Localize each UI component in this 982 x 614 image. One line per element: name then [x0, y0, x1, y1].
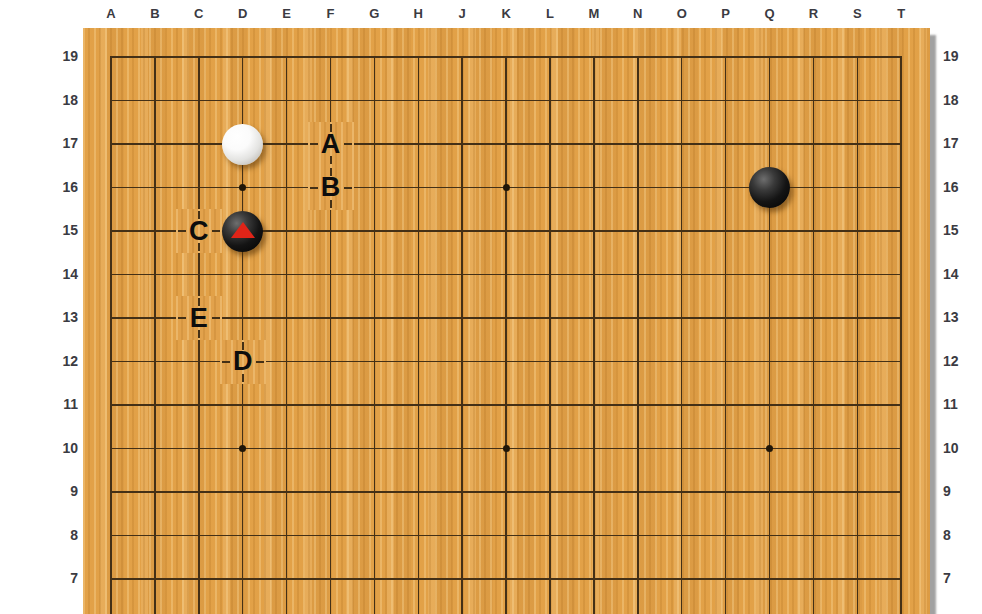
row-label-left-8: 8	[48, 527, 78, 543]
label-line-stub	[242, 374, 244, 382]
column-label-F: F	[316, 6, 346, 21]
go-board[interactable]: ABCDE	[83, 28, 930, 614]
point-label-C-C15[interactable]: C	[176, 209, 222, 253]
row-label-right-12: 12	[943, 353, 973, 369]
column-label-M: M	[579, 6, 609, 21]
grid-line-vertical	[418, 56, 420, 614]
label-line-stub	[178, 230, 186, 232]
column-label-G: G	[359, 6, 389, 21]
label-line-stub	[330, 156, 332, 164]
label-line-stub	[330, 168, 332, 176]
point-label-text: A	[321, 131, 341, 158]
row-label-left-16: 16	[48, 179, 78, 195]
row-label-left-11: 11	[48, 396, 78, 412]
column-label-Q: Q	[755, 6, 785, 21]
grid-line-vertical	[593, 56, 595, 614]
column-label-S: S	[842, 6, 872, 21]
label-line-stub	[344, 187, 352, 189]
label-line-stub	[344, 143, 352, 145]
grid-line-horizontal	[110, 491, 902, 493]
label-line-stub	[330, 200, 332, 208]
column-label-N: N	[623, 6, 653, 21]
label-line-stub	[242, 342, 244, 350]
label-line-stub	[310, 187, 318, 189]
row-label-left-9: 9	[48, 483, 78, 499]
row-label-right-7: 7	[943, 570, 973, 586]
row-label-left-19: 19	[48, 48, 78, 64]
row-label-right-8: 8	[943, 527, 973, 543]
label-line-stub	[256, 361, 264, 363]
column-label-K: K	[491, 6, 521, 21]
row-label-left-14: 14	[48, 266, 78, 282]
label-line-stub	[178, 317, 186, 319]
row-label-right-11: 11	[943, 396, 973, 412]
grid-line-horizontal	[110, 535, 902, 537]
star-point-D16	[239, 184, 246, 191]
label-line-stub	[310, 143, 318, 145]
row-label-left-18: 18	[48, 92, 78, 108]
column-label-P: P	[711, 6, 741, 21]
star-point-K16	[503, 184, 510, 191]
grid-line-vertical	[725, 56, 727, 614]
grid-line-vertical	[374, 56, 376, 614]
point-label-B-F16[interactable]: B	[308, 166, 354, 210]
point-label-A-F17[interactable]: A	[308, 122, 354, 166]
point-label-E-C13[interactable]: E	[176, 296, 222, 340]
row-label-right-19: 19	[943, 48, 973, 64]
row-label-left-10: 10	[48, 440, 78, 456]
column-label-C: C	[184, 6, 214, 21]
star-point-Q10	[766, 445, 773, 452]
grid-line-vertical	[681, 56, 683, 614]
column-label-R: R	[798, 6, 828, 21]
label-line-stub	[222, 361, 230, 363]
row-label-right-13: 13	[943, 309, 973, 325]
star-point-D10	[239, 445, 246, 452]
grid-line-vertical	[637, 56, 639, 614]
label-line-stub	[198, 298, 200, 306]
label-line-stub	[212, 317, 220, 319]
label-line-stub	[198, 330, 200, 338]
point-label-text: B	[321, 174, 341, 201]
row-label-right-17: 17	[943, 135, 973, 151]
grid-line-vertical	[110, 56, 112, 614]
row-label-right-14: 14	[943, 266, 973, 282]
go-diagram: ABCDE ABCDEFGHJKLMNOPQRST 19181716151413…	[0, 0, 982, 614]
black-stone-D15[interactable]	[222, 211, 263, 252]
column-label-L: L	[535, 6, 565, 21]
column-label-B: B	[140, 6, 170, 21]
row-label-right-16: 16	[943, 179, 973, 195]
grid-line-vertical	[286, 56, 288, 614]
column-label-D: D	[228, 6, 258, 21]
grid-line-vertical	[549, 56, 551, 614]
column-label-E: E	[272, 6, 302, 21]
row-label-right-15: 15	[943, 222, 973, 238]
column-label-A: A	[96, 6, 126, 21]
row-label-left-13: 13	[48, 309, 78, 325]
grid-line-vertical	[857, 56, 859, 614]
column-label-J: J	[447, 6, 477, 21]
point-label-text: E	[190, 305, 208, 332]
column-label-H: H	[403, 6, 433, 21]
label-line-stub	[330, 124, 332, 132]
row-label-left-15: 15	[48, 222, 78, 238]
grid-line-vertical	[813, 56, 815, 614]
point-label-text: C	[189, 218, 209, 245]
row-label-left-7: 7	[48, 570, 78, 586]
triangle-marker	[231, 222, 255, 238]
grid-line-horizontal	[110, 578, 902, 580]
grid-line-vertical	[154, 56, 156, 614]
black-stone-Q16[interactable]	[749, 167, 790, 208]
grid-line-vertical	[461, 56, 463, 614]
star-point-K10	[503, 445, 510, 452]
white-stone-D17[interactable]	[222, 124, 263, 165]
row-label-right-10: 10	[943, 440, 973, 456]
point-label-D-D12[interactable]: D	[220, 340, 266, 384]
column-label-T: T	[886, 6, 916, 21]
grid-line-vertical	[900, 56, 902, 614]
grid-line-vertical	[769, 56, 771, 614]
label-line-stub	[198, 243, 200, 251]
row-label-left-17: 17	[48, 135, 78, 151]
row-label-right-9: 9	[943, 483, 973, 499]
label-line-stub	[198, 211, 200, 219]
row-label-left-12: 12	[48, 353, 78, 369]
point-label-text: D	[233, 348, 253, 375]
grid-line-vertical	[505, 56, 507, 614]
label-line-stub	[212, 230, 220, 232]
row-label-right-18: 18	[943, 92, 973, 108]
column-label-O: O	[667, 6, 697, 21]
